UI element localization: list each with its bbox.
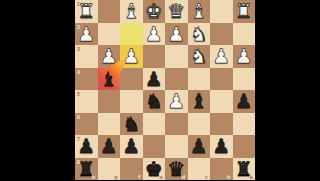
square-c3[interactable]: ♞ <box>188 45 211 68</box>
square-h1[interactable]: ♜1 <box>75 0 98 23</box>
rank-label-8: 8 <box>77 159 81 165</box>
file-label-g: g <box>114 174 118 180</box>
square-g6[interactable] <box>98 113 121 136</box>
rank-label-5: 5 <box>77 91 81 97</box>
square-a7[interactable] <box>233 135 256 158</box>
black-knight[interactable]: ♞ <box>143 90 166 113</box>
square-c5[interactable]: ♝ <box>188 90 211 113</box>
square-d5[interactable]: ♟ <box>165 90 188 113</box>
square-c7[interactable]: ♟ <box>188 135 211 158</box>
square-b3[interactable]: ♟ <box>210 45 233 68</box>
square-e2[interactable]: ♟ <box>143 23 166 46</box>
square-d2[interactable]: ♟ <box>165 23 188 46</box>
white-bishop[interactable]: ♝ <box>188 0 211 23</box>
square-h8[interactable]: ♜8h <box>75 158 98 181</box>
square-f7[interactable]: ♟ <box>120 135 143 158</box>
square-b1[interactable] <box>210 0 233 23</box>
square-a8[interactable]: ♜a <box>233 158 256 181</box>
square-b5[interactable] <box>210 90 233 113</box>
white-knight[interactable]: ♞ <box>188 45 211 68</box>
rank-label-6: 6 <box>77 114 81 120</box>
file-label-b: b <box>227 174 231 180</box>
black-pawn[interactable]: ♟ <box>210 135 233 158</box>
rank-label-4: 4 <box>77 69 81 75</box>
square-g1[interactable] <box>98 0 121 23</box>
square-e6[interactable] <box>143 113 166 136</box>
white-pawn[interactable]: ♟ <box>210 45 233 68</box>
rank-label-7: 7 <box>77 136 81 142</box>
square-h4[interactable]: 4 <box>75 68 98 91</box>
file-label-h: h <box>92 174 96 180</box>
black-pawn[interactable]: ♟ <box>188 135 211 158</box>
square-d3[interactable] <box>165 45 188 68</box>
white-rook[interactable]: ♜ <box>233 0 256 23</box>
square-f1[interactable]: ♝ <box>120 0 143 23</box>
square-f5[interactable] <box>120 90 143 113</box>
black-pawn[interactable]: ♟ <box>120 135 143 158</box>
square-e4[interactable]: ♟ <box>143 68 166 91</box>
square-g7[interactable]: ♟ <box>98 135 121 158</box>
rank-label-2: 2 <box>77 24 81 30</box>
square-a6[interactable] <box>233 113 256 136</box>
white-king[interactable]: ♚ <box>143 0 166 23</box>
black-pawn[interactable]: ♟ <box>143 68 166 91</box>
square-h7[interactable]: ♟7 <box>75 135 98 158</box>
square-d6[interactable] <box>165 113 188 136</box>
file-label-a: a <box>249 174 253 180</box>
black-knight[interactable]: ♞ <box>120 113 143 136</box>
white-pawn[interactable]: ♟ <box>165 23 188 46</box>
square-e1[interactable]: ♚ <box>143 0 166 23</box>
square-f8[interactable]: f <box>120 158 143 181</box>
chess-board[interactable]: ♜1♝♚♛♝♜♟2♟♟♞3♟♟♞♟♟4♝♟5♞♟♝♟6♞♟7♟♟♟♟♜8hgf♚… <box>75 0 255 180</box>
square-g8[interactable]: g <box>98 158 121 181</box>
white-pawn[interactable]: ♟ <box>233 45 256 68</box>
white-pawn[interactable]: ♟ <box>165 90 188 113</box>
square-b2[interactable] <box>210 23 233 46</box>
square-h5[interactable]: 5 <box>75 90 98 113</box>
square-e5[interactable]: ♞ <box>143 90 166 113</box>
letterbox-right <box>255 0 320 180</box>
square-b6[interactable] <box>210 113 233 136</box>
file-label-d: d <box>182 174 186 180</box>
square-d4[interactable] <box>165 68 188 91</box>
square-c4[interactable] <box>188 68 211 91</box>
square-f6[interactable]: ♞ <box>120 113 143 136</box>
square-a2[interactable] <box>233 23 256 46</box>
square-a1[interactable]: ♜ <box>233 0 256 23</box>
rank-label-3: 3 <box>77 46 81 52</box>
square-a4[interactable] <box>233 68 256 91</box>
square-d1[interactable]: ♛ <box>165 0 188 23</box>
square-f4[interactable] <box>120 68 143 91</box>
square-e8[interactable]: ♚e <box>143 158 166 181</box>
black-bishop[interactable]: ♝ <box>188 90 211 113</box>
square-f2[interactable] <box>120 23 143 46</box>
square-g2[interactable] <box>98 23 121 46</box>
letterbox-left <box>0 0 75 180</box>
white-pawn[interactable]: ♟ <box>143 23 166 46</box>
square-g5[interactable] <box>98 90 121 113</box>
square-h2[interactable]: ♟2 <box>75 23 98 46</box>
rank-label-1: 1 <box>77 1 81 7</box>
square-h3[interactable]: 3 <box>75 45 98 68</box>
square-h6[interactable]: 6 <box>75 113 98 136</box>
square-e3[interactable] <box>143 45 166 68</box>
thumbnail-stage: ♜1♝♚♛♝♜♟2♟♟♞3♟♟♞♟♟4♝♟5♞♟♝♟6♞♟7♟♟♟♟♜8hgf♚… <box>0 0 320 180</box>
square-a3[interactable]: ♟ <box>233 45 256 68</box>
square-c6[interactable] <box>188 113 211 136</box>
square-d7[interactable] <box>165 135 188 158</box>
square-d8[interactable]: ♛d <box>165 158 188 181</box>
square-c2[interactable]: ♞ <box>188 23 211 46</box>
square-e7[interactable] <box>143 135 166 158</box>
square-c8[interactable]: c <box>188 158 211 181</box>
white-bishop[interactable]: ♝ <box>120 0 143 23</box>
file-label-f: f <box>138 174 140 180</box>
square-b4[interactable] <box>210 68 233 91</box>
square-b8[interactable]: b <box>210 158 233 181</box>
square-c1[interactable]: ♝ <box>188 0 211 23</box>
black-pawn[interactable]: ♟ <box>233 90 256 113</box>
white-knight[interactable]: ♞ <box>188 23 211 46</box>
black-pawn[interactable]: ♟ <box>98 135 121 158</box>
square-b7[interactable]: ♟ <box>210 135 233 158</box>
file-label-c: c <box>205 174 208 180</box>
square-a5[interactable]: ♟ <box>233 90 256 113</box>
white-queen[interactable]: ♛ <box>165 0 188 23</box>
file-label-e: e <box>159 174 163 180</box>
